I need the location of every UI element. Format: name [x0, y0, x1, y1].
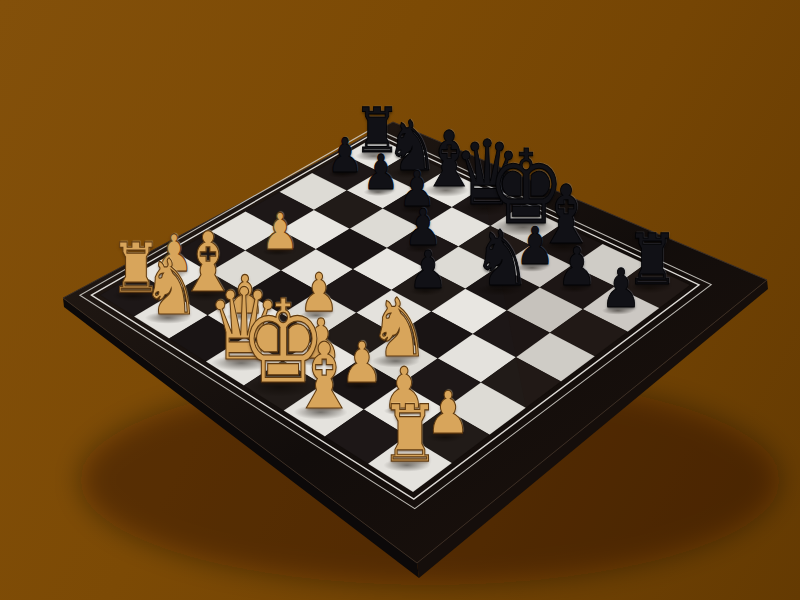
chess-photo-scene: ♜♞♟♝♟♛♟♚♝♟♟♟♟♜♟♞♟♝♜♟♟♟♞♞♟♛♟♚♟♝♟♜	[0, 0, 800, 600]
piece-black-pawn-h7[interactable]: ♟	[601, 262, 642, 316]
piece-white-rook-h1[interactable]: ♜	[380, 395, 439, 474]
piece-black-pawn-b7[interactable]: ♟	[362, 148, 398, 196]
piece-white-pawn-b4[interactable]: ♟	[261, 206, 299, 257]
piece-black-pawn-a7[interactable]: ♟	[327, 131, 363, 179]
piece-black-pawn-g7[interactable]: ♟	[557, 241, 597, 294]
piece-black-knight-f6[interactable]: ♞	[474, 221, 532, 298]
piece-layer: ♜♞♟♝♟♛♟♚♝♟♟♟♟♜♟♞♟♝♜♟♟♟♞♞♟♛♟♚♟♝♟♜	[0, 0, 800, 600]
piece-white-bishop-f1[interactable]: ♝	[289, 331, 358, 422]
piece-white-knight-b1[interactable]: ♞	[142, 249, 200, 326]
